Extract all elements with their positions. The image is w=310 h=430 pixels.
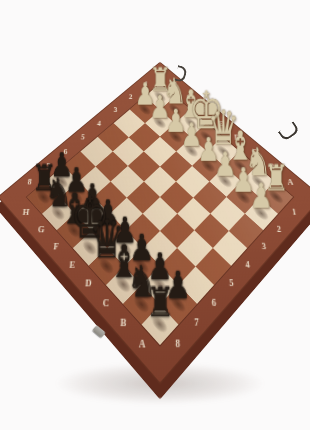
piece-white-pawn: ♟ (238, 179, 285, 213)
product-photo-chess-set: HGFEDCBA HGFEDCBA 12345678 12345678 ♜♞♝♚… (0, 0, 310, 430)
piece-black-rook: ♜ (134, 283, 186, 324)
chess-board: HGFEDCBA HGFEDCBA 12345678 12345678 ♜♞♝♚… (0, 62, 310, 385)
board-frame: HGFEDCBA HGFEDCBA 12345678 12345678 ♜♞♝♚… (0, 62, 310, 385)
latch-hook-icon (278, 121, 300, 142)
board-squares-grid: ♜♞♝♚♛♝♞♜♟♟♟♟♟♟♟♟♟♟♟♟♟♟♟♟♜♞♝♚♛♝♞♜ (27, 84, 293, 345)
